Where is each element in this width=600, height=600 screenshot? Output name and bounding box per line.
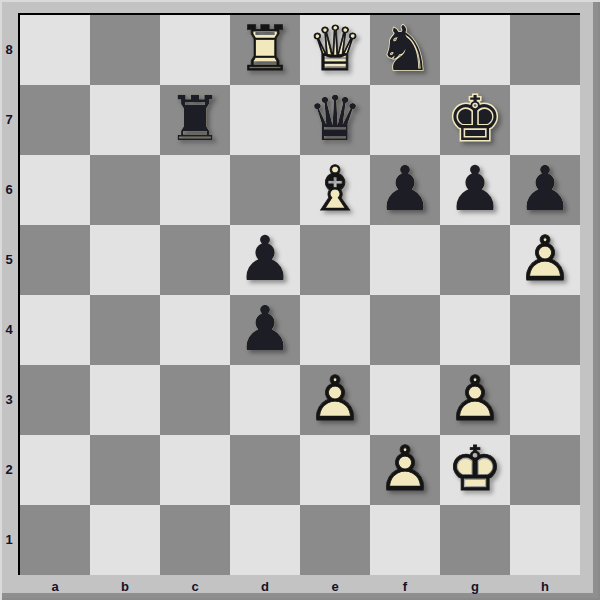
rank-label-5: 5	[0, 225, 18, 295]
piece-white-pawn[interactable]: ♟♙	[510, 225, 580, 295]
square-f1[interactable]	[370, 505, 440, 575]
piece-black-king[interactable]: ♚♚	[440, 85, 510, 155]
square-d4[interactable]: ♟♟	[230, 295, 300, 365]
square-f6[interactable]: ♟♟	[370, 155, 440, 225]
file-label-e: e	[300, 579, 370, 594]
square-e2[interactable]	[300, 435, 370, 505]
square-b6[interactable]	[90, 155, 160, 225]
square-g2[interactable]: ♚♔	[440, 435, 510, 505]
square-h8[interactable]	[510, 15, 580, 85]
square-b8[interactable]	[90, 15, 160, 85]
square-e8[interactable]: ♛♕	[300, 15, 370, 85]
rank-label-4: 4	[0, 295, 18, 365]
piece-glyph: ♜	[160, 85, 230, 155]
piece-glyph: ♕	[300, 15, 370, 85]
rank-label-6: 6	[0, 155, 18, 225]
square-h7[interactable]	[510, 85, 580, 155]
piece-glyph: ♚	[440, 85, 510, 155]
square-h1[interactable]	[510, 505, 580, 575]
piece-black-pawn[interactable]: ♟♟	[510, 155, 580, 225]
piece-black-pawn[interactable]: ♟♟	[230, 295, 300, 365]
square-d3[interactable]	[230, 365, 300, 435]
square-e4[interactable]	[300, 295, 370, 365]
piece-black-knight[interactable]: ♞♞	[370, 15, 440, 85]
square-g6[interactable]: ♟♟	[440, 155, 510, 225]
piece-glyph: ♔	[440, 435, 510, 505]
piece-glyph: ♟	[230, 295, 300, 365]
piece-glyph: ♛	[300, 85, 370, 155]
piece-glyph: ♙	[510, 225, 580, 295]
square-g1[interactable]	[440, 505, 510, 575]
square-d6[interactable]	[230, 155, 300, 225]
square-f7[interactable]	[370, 85, 440, 155]
piece-glyph: ♞	[370, 15, 440, 85]
square-c1[interactable]	[160, 505, 230, 575]
square-g7[interactable]: ♚♚	[440, 85, 510, 155]
piece-glyph: ♙	[300, 365, 370, 435]
square-a1[interactable]	[20, 505, 90, 575]
square-b1[interactable]	[90, 505, 160, 575]
piece-black-rook[interactable]: ♜♜	[160, 85, 230, 155]
square-f3[interactable]	[370, 365, 440, 435]
square-a5[interactable]	[20, 225, 90, 295]
square-h2[interactable]	[510, 435, 580, 505]
rank-label-1: 1	[0, 505, 18, 575]
file-label-g: g	[440, 579, 510, 594]
file-label-c: c	[160, 579, 230, 594]
rank-label-2: 2	[0, 435, 18, 505]
square-h6[interactable]: ♟♟	[510, 155, 580, 225]
file-label-d: d	[230, 579, 300, 594]
square-f8[interactable]: ♞♞	[370, 15, 440, 85]
square-e3[interactable]: ♟♙	[300, 365, 370, 435]
square-a8[interactable]	[20, 15, 90, 85]
square-g8[interactable]	[440, 15, 510, 85]
square-h4[interactable]	[510, 295, 580, 365]
square-e6[interactable]: ♝♗	[300, 155, 370, 225]
square-a7[interactable]	[20, 85, 90, 155]
square-b3[interactable]	[90, 365, 160, 435]
square-e7[interactable]: ♛♛	[300, 85, 370, 155]
piece-glyph: ♙	[370, 435, 440, 505]
rank-label-3: 3	[0, 365, 18, 435]
piece-white-king[interactable]: ♚♔	[440, 435, 510, 505]
square-d2[interactable]	[230, 435, 300, 505]
square-b5[interactable]	[90, 225, 160, 295]
piece-black-pawn[interactable]: ♟♟	[440, 155, 510, 225]
square-f4[interactable]	[370, 295, 440, 365]
file-label-f: f	[370, 579, 440, 594]
piece-glyph: ♖	[230, 15, 300, 85]
piece-black-pawn[interactable]: ♟♟	[370, 155, 440, 225]
piece-white-rook[interactable]: ♜♖	[230, 15, 300, 85]
square-c7[interactable]: ♜♜	[160, 85, 230, 155]
chess-board: ♜♖♛♕♞♞♜♜♛♛♚♚♝♗♟♟♟♟♟♟♟♟♟♙♟♟♟♙♟♙♟♙♚♔	[18, 13, 580, 575]
square-d1[interactable]	[230, 505, 300, 575]
square-d8[interactable]: ♜♖	[230, 15, 300, 85]
square-d5[interactable]: ♟♟	[230, 225, 300, 295]
square-c6[interactable]	[160, 155, 230, 225]
file-label-a: a	[20, 579, 90, 594]
file-label-h: h	[510, 579, 580, 594]
square-a4[interactable]	[20, 295, 90, 365]
piece-glyph: ♗	[300, 155, 370, 225]
square-b4[interactable]	[90, 295, 160, 365]
square-c2[interactable]	[160, 435, 230, 505]
square-g5[interactable]	[440, 225, 510, 295]
piece-glyph: ♟	[510, 155, 580, 225]
square-h3[interactable]	[510, 365, 580, 435]
piece-black-queen[interactable]: ♛♛	[300, 85, 370, 155]
square-a3[interactable]	[20, 365, 90, 435]
piece-glyph: ♟	[230, 225, 300, 295]
square-h5[interactable]: ♟♙	[510, 225, 580, 295]
piece-white-pawn[interactable]: ♟♙	[370, 435, 440, 505]
file-label-b: b	[90, 579, 160, 594]
square-b7[interactable]	[90, 85, 160, 155]
square-a6[interactable]	[20, 155, 90, 225]
piece-white-queen[interactable]: ♛♕	[300, 15, 370, 85]
square-e1[interactable]	[300, 505, 370, 575]
square-d7[interactable]	[230, 85, 300, 155]
rank-label-7: 7	[0, 85, 18, 155]
file-labels: abcdefgh	[20, 577, 580, 594]
rank-label-8: 8	[0, 15, 18, 85]
piece-glyph: ♟	[440, 155, 510, 225]
square-g3[interactable]: ♟♙	[440, 365, 510, 435]
square-g4[interactable]	[440, 295, 510, 365]
square-a2[interactable]	[20, 435, 90, 505]
piece-white-pawn[interactable]: ♟♙	[440, 365, 510, 435]
piece-glyph: ♟	[370, 155, 440, 225]
square-b2[interactable]	[90, 435, 160, 505]
square-c4[interactable]	[160, 295, 230, 365]
piece-black-pawn[interactable]: ♟♟	[230, 225, 300, 295]
square-f2[interactable]: ♟♙	[370, 435, 440, 505]
rank-labels: 87654321	[0, 15, 18, 575]
square-e5[interactable]	[300, 225, 370, 295]
square-c5[interactable]	[160, 225, 230, 295]
piece-white-bishop[interactable]: ♝♗	[300, 155, 370, 225]
square-f5[interactable]	[370, 225, 440, 295]
piece-glyph: ♙	[440, 365, 510, 435]
square-c8[interactable]	[160, 15, 230, 85]
chess-diagram-frame: 87654321 ♜♖♛♕♞♞♜♜♛♛♚♚♝♗♟♟♟♟♟♟♟♟♟♙♟♟♟♙♟♙♟…	[0, 0, 600, 600]
piece-white-pawn[interactable]: ♟♙	[300, 365, 370, 435]
square-c3[interactable]	[160, 365, 230, 435]
